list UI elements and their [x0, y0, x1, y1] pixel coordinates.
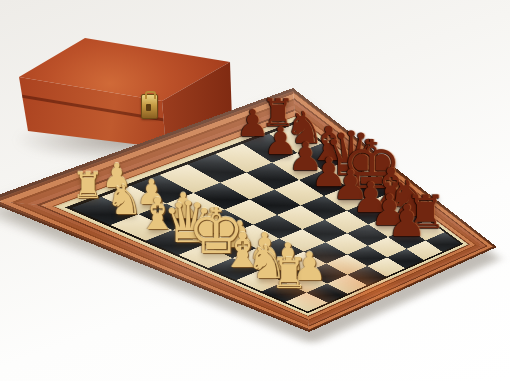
chess-set-photo: ♜♞♝♛♚♝♞♜♟♟♟♟♟♟♟♟♟♟♟♟♟♟♟♟♜♞♝♛♚♝♞♜ — [0, 0, 510, 381]
brass-clasp-icon — [141, 94, 158, 119]
